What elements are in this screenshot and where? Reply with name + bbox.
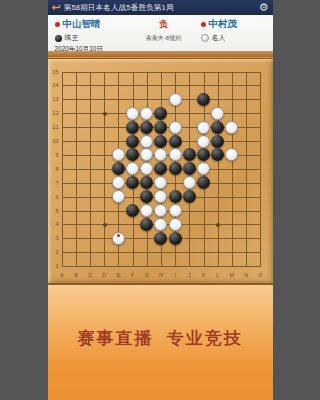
rule-label: 索索夫-8规则	[133, 34, 195, 43]
red-dot-icon	[55, 22, 60, 27]
stone-black	[126, 121, 139, 134]
stone-black	[183, 162, 196, 175]
stone-white	[154, 204, 167, 217]
stone-black	[154, 121, 167, 134]
result-label: 负	[133, 18, 195, 31]
last-move-marker	[117, 234, 121, 238]
stone-white	[112, 190, 125, 203]
row-coordinate: 8	[49, 166, 59, 172]
row-coordinate: 7	[49, 180, 59, 186]
star-point	[216, 223, 220, 227]
stone-white	[140, 107, 153, 120]
column-coordinate: J	[184, 272, 194, 278]
center-panel: 负 索索夫-8规则	[133, 15, 195, 51]
stone-white	[197, 135, 210, 148]
column-coordinate: C	[85, 272, 95, 278]
grid-line	[62, 266, 261, 267]
stone-white	[154, 218, 167, 231]
grid-line	[260, 72, 261, 268]
stone-black	[140, 176, 153, 189]
stone-white	[169, 93, 182, 106]
row-coordinate: 5	[49, 208, 59, 214]
row-coordinate: 14	[49, 82, 59, 88]
stone-black	[140, 190, 153, 203]
row-coordinate: 2	[49, 249, 59, 255]
stone-white	[197, 162, 210, 175]
stone-white	[154, 190, 167, 203]
stone-black	[154, 107, 167, 120]
stone-black	[140, 121, 153, 134]
stone-black	[211, 135, 224, 148]
stone-black	[126, 204, 139, 217]
row-coordinate: 12	[49, 110, 59, 116]
gear-icon[interactable]: ⚙	[259, 0, 269, 15]
column-coordinate: G	[142, 272, 152, 278]
row-coordinate: 13	[49, 96, 59, 102]
column-coordinate: L	[213, 272, 223, 278]
row-coordinate: 10	[49, 138, 59, 144]
stone-white	[140, 135, 153, 148]
stone-white	[169, 204, 182, 217]
star-point	[103, 223, 107, 227]
stone-black	[126, 135, 139, 148]
board-grid[interactable]: 151413121110987654321ABCDEFGHIJKLMNO	[48, 58, 273, 285]
row-coordinate: 3	[49, 235, 59, 241]
app-screen: ↩ 第58期日本名人战5番胜负第1局 ⚙ 中山智晴 珠王 2020年10月10日…	[48, 0, 273, 400]
column-coordinate: K	[199, 272, 209, 278]
back-arrow-icon[interactable]: ↩	[52, 0, 61, 15]
stone-black	[126, 176, 139, 189]
stone-white	[140, 148, 153, 161]
stone-white	[211, 107, 224, 120]
column-coordinate: M	[227, 272, 237, 278]
stone-white	[169, 121, 182, 134]
stone-white	[112, 232, 125, 245]
column-coordinate: F	[128, 272, 138, 278]
left-player-title: 珠王	[65, 33, 79, 43]
players-header: 中山智晴 珠王 2020年10月10日 负 索索夫-8规则 中村茂 名人	[48, 15, 273, 51]
star-point	[103, 112, 107, 116]
stone-black	[169, 190, 182, 203]
column-coordinate: D	[99, 272, 109, 278]
stone-black	[112, 162, 125, 175]
stone-white	[169, 218, 182, 231]
stone-black	[154, 232, 167, 245]
column-coordinate: A	[57, 272, 67, 278]
red-dot-icon	[201, 22, 206, 27]
row-coordinate: 11	[49, 124, 59, 130]
row-coordinate: 4	[49, 221, 59, 227]
black-stone-icon	[55, 35, 62, 42]
stone-black	[154, 135, 167, 148]
stone-black	[211, 148, 224, 161]
stone-black	[169, 232, 182, 245]
white-stone-icon	[201, 34, 209, 42]
bottom-panel: 赛事直播 专业竞技	[48, 285, 273, 400]
stone-white	[183, 176, 196, 189]
stone-black	[183, 190, 196, 203]
stone-white	[112, 176, 125, 189]
column-coordinate: I	[170, 272, 180, 278]
stone-black	[183, 148, 196, 161]
left-player-name: 中山智晴	[63, 18, 101, 31]
row-coordinate: 6	[49, 194, 59, 200]
row-coordinate: 9	[49, 152, 59, 158]
left-player-panel: 中山智晴 珠王 2020年10月10日	[48, 15, 133, 51]
row-coordinate: 15	[49, 69, 59, 75]
divider-bar	[48, 51, 273, 58]
grid-line	[62, 252, 261, 253]
stone-white	[225, 148, 238, 161]
right-player-title: 名人	[212, 33, 226, 43]
right-player-name: 中村茂	[209, 18, 238, 31]
top-app-bar: ↩ 第58期日本名人战5番胜负第1局 ⚙	[48, 0, 273, 15]
column-coordinate: B	[71, 272, 81, 278]
stone-white	[126, 162, 139, 175]
stone-white	[154, 148, 167, 161]
row-coordinate: 1	[49, 263, 59, 269]
column-coordinate: E	[113, 272, 123, 278]
stone-white	[154, 176, 167, 189]
stone-black	[140, 218, 153, 231]
stone-black	[154, 162, 167, 175]
stone-white	[197, 121, 210, 134]
stone-white	[126, 107, 139, 120]
right-player-panel: 中村茂 名人	[195, 15, 273, 51]
grid-line	[246, 72, 247, 268]
stone-black	[211, 121, 224, 134]
stone-black	[197, 176, 210, 189]
column-coordinate: O	[255, 272, 265, 278]
column-coordinate: H	[156, 272, 166, 278]
stone-white	[169, 148, 182, 161]
stone-white	[112, 148, 125, 161]
stone-white	[140, 162, 153, 175]
stone-black	[169, 162, 182, 175]
column-coordinate: N	[241, 272, 251, 278]
banner-text: 赛事直播 专业竞技	[48, 327, 273, 350]
match-title: 第58期日本名人战5番胜负第1局	[64, 3, 259, 13]
stone-white	[225, 121, 238, 134]
stone-black	[197, 93, 210, 106]
stone-white	[140, 204, 153, 217]
stone-black	[169, 135, 182, 148]
stone-black	[197, 148, 210, 161]
stone-black	[126, 148, 139, 161]
